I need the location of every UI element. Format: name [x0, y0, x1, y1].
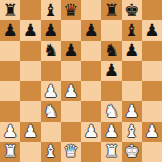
square-f1[interactable]: ♜	[101, 142, 121, 162]
square-d2[interactable]	[61, 122, 81, 142]
square-a6[interactable]	[0, 41, 20, 61]
square-g2[interactable]: ♝	[122, 122, 142, 142]
square-g6[interactable]: ♟	[122, 41, 142, 61]
square-d4[interactable]: ♟	[61, 81, 81, 101]
square-h5[interactable]	[142, 61, 162, 81]
square-b1[interactable]	[20, 142, 40, 162]
black-rook-piece: ♜	[104, 2, 119, 19]
square-e1[interactable]	[81, 142, 101, 162]
black-knight-piece: ♞	[104, 42, 119, 59]
white-rook-piece: ♜	[104, 143, 119, 160]
black-king-piece: ♚	[124, 2, 139, 19]
square-a8[interactable]: ♜	[0, 0, 20, 20]
square-c2[interactable]	[41, 122, 61, 142]
square-h3[interactable]	[142, 101, 162, 121]
square-e7[interactable]: ♟	[81, 20, 101, 40]
square-f4[interactable]	[101, 81, 121, 101]
square-b5[interactable]	[20, 61, 40, 81]
square-b2[interactable]: ♟	[20, 122, 40, 142]
white-pawn-piece: ♟	[104, 123, 119, 140]
square-f8[interactable]: ♜	[101, 0, 121, 20]
square-f3[interactable]: ♞	[101, 101, 121, 121]
white-king-piece: ♚	[124, 143, 139, 160]
square-d7[interactable]	[61, 20, 81, 40]
square-e6[interactable]	[81, 41, 101, 61]
white-pawn-piece: ♟	[84, 123, 99, 140]
square-c4[interactable]: ♟	[41, 81, 61, 101]
square-c8[interactable]: ♝	[41, 0, 61, 20]
square-f5[interactable]: ♟	[101, 61, 121, 81]
square-h6[interactable]	[142, 41, 162, 61]
white-bishop-piece: ♝	[43, 143, 58, 160]
black-pawn-piece: ♟	[3, 22, 18, 39]
square-a3[interactable]	[0, 101, 20, 121]
square-g4[interactable]	[122, 81, 142, 101]
square-e2[interactable]: ♟	[81, 122, 101, 142]
black-pawn-piece: ♟	[84, 22, 99, 39]
black-queen-piece: ♛	[63, 2, 78, 19]
white-pawn-piece: ♟	[23, 123, 38, 140]
black-rook-piece: ♜	[3, 2, 18, 19]
square-b4[interactable]	[20, 81, 40, 101]
square-a5[interactable]	[0, 61, 20, 81]
square-c1[interactable]: ♝	[41, 142, 61, 162]
white-bishop-piece: ♝	[124, 123, 139, 140]
square-g3[interactable]: ♟	[122, 101, 142, 121]
black-pawn-piece: ♟	[63, 42, 78, 59]
black-bishop-piece: ♝	[124, 22, 139, 39]
square-h7[interactable]: ♟	[142, 20, 162, 40]
square-b8[interactable]	[20, 0, 40, 20]
square-d1[interactable]: ♛	[61, 142, 81, 162]
white-queen-piece: ♛	[63, 143, 78, 160]
square-c5[interactable]	[41, 61, 61, 81]
white-knight-piece: ♞	[43, 103, 58, 120]
square-g5[interactable]	[122, 61, 142, 81]
square-g7[interactable]: ♝	[122, 20, 142, 40]
black-pawn-piece: ♟	[23, 22, 38, 39]
black-pawn-piece: ♟	[144, 22, 159, 39]
square-b7[interactable]: ♟	[20, 20, 40, 40]
square-b6[interactable]	[20, 41, 40, 61]
square-d3[interactable]	[61, 101, 81, 121]
square-h8[interactable]	[142, 0, 162, 20]
square-h2[interactable]: ♟	[142, 122, 162, 142]
square-c6[interactable]: ♞	[41, 41, 61, 61]
square-f7[interactable]	[101, 20, 121, 40]
square-e4[interactable]	[81, 81, 101, 101]
square-e8[interactable]	[81, 0, 101, 20]
white-pawn-piece: ♟	[3, 123, 18, 140]
square-f6[interactable]: ♞	[101, 41, 121, 61]
black-pawn-piece: ♟	[43, 22, 58, 39]
square-c7[interactable]: ♟	[41, 20, 61, 40]
black-knight-piece: ♞	[43, 42, 58, 59]
square-d8[interactable]: ♛	[61, 0, 81, 20]
white-pawn-piece: ♟	[63, 83, 78, 100]
chess-board: ♜♝♛♜♚♟♟♟♟♝♟♞♟♞♟♟♟♟♞♞♟♟♟♟♟♝♟♜♝♛♜♚	[0, 0, 162, 162]
white-pawn-piece: ♟	[124, 103, 139, 120]
square-a7[interactable]: ♟	[0, 20, 20, 40]
white-pawn-piece: ♟	[43, 83, 58, 100]
square-a2[interactable]: ♟	[0, 122, 20, 142]
square-a4[interactable]	[0, 81, 20, 101]
square-e5[interactable]	[81, 61, 101, 81]
black-pawn-piece: ♟	[124, 42, 139, 59]
black-pawn-piece: ♟	[104, 62, 119, 79]
square-g8[interactable]: ♚	[122, 0, 142, 20]
square-e3[interactable]	[81, 101, 101, 121]
square-d5[interactable]	[61, 61, 81, 81]
white-rook-piece: ♜	[3, 143, 18, 160]
white-knight-piece: ♞	[104, 103, 119, 120]
square-c3[interactable]: ♞	[41, 101, 61, 121]
square-d6[interactable]: ♟	[61, 41, 81, 61]
white-pawn-piece: ♟	[144, 123, 159, 140]
square-a1[interactable]: ♜	[0, 142, 20, 162]
square-h4[interactable]	[142, 81, 162, 101]
square-g1[interactable]: ♚	[122, 142, 142, 162]
square-h1[interactable]	[142, 142, 162, 162]
black-bishop-piece: ♝	[43, 2, 58, 19]
square-b3[interactable]	[20, 101, 40, 121]
square-f2[interactable]: ♟	[101, 122, 121, 142]
